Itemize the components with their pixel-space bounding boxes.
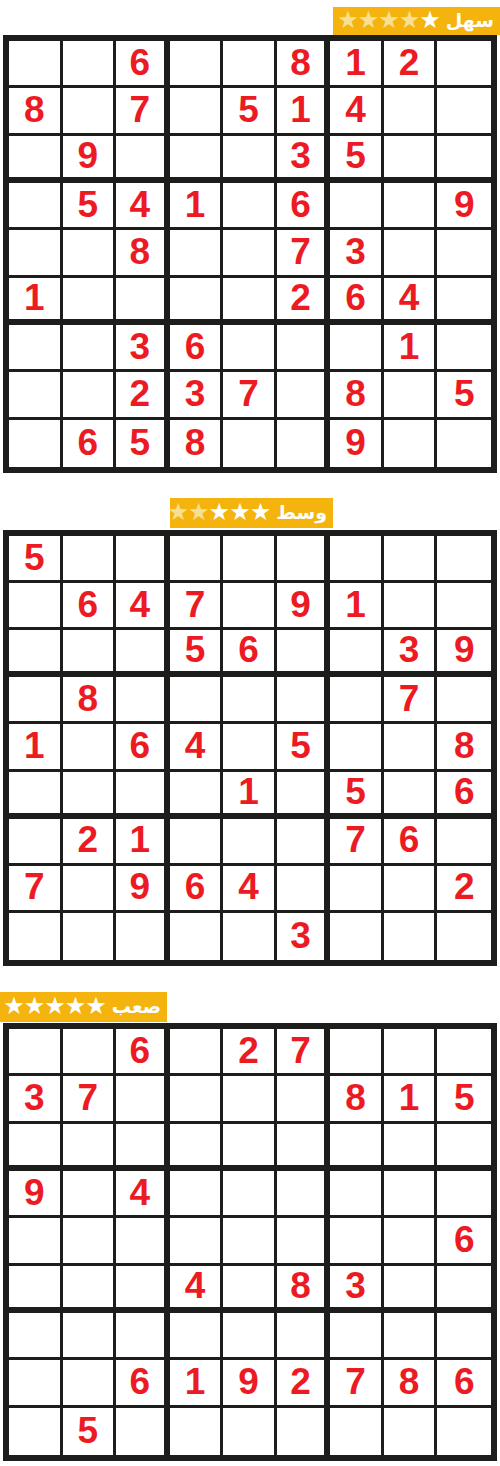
sudoku-cell-medium-r4c8: 7 (384, 677, 438, 724)
sudoku-cell-hard-r1c8[interactable] (384, 1029, 438, 1076)
sudoku-cell-medium-r7c3: 1 (116, 819, 170, 866)
sudoku-cell-medium-r4c5[interactable] (223, 677, 277, 724)
sudoku-cell-hard-r2c2: 7 (63, 1076, 117, 1123)
sudoku-cell-hard-r7c1[interactable] (9, 1313, 63, 1360)
sudoku-cell-hard-r3c4[interactable] (170, 1124, 224, 1171)
difficulty-stars-hard: ★★★★★ (3, 994, 106, 1018)
sudoku-cell-hard-r7c5[interactable] (223, 1313, 277, 1360)
sudoku-cell-hard-r7c6[interactable] (277, 1313, 331, 1360)
sudoku-cell-medium-r1c6[interactable] (277, 536, 331, 583)
sudoku-cell-easy-r1c2[interactable] (63, 41, 117, 88)
difficulty-stars-medium: ★★★★★ (168, 500, 271, 524)
sudoku-cell-medium-r1c1: 5 (9, 536, 63, 583)
sudoku-cell-hard-r2c7: 8 (330, 1076, 384, 1123)
sudoku-cell-easy-r9c5[interactable] (223, 420, 277, 467)
sudoku-cell-medium-r5c4: 4 (170, 724, 224, 771)
sudoku-cell-medium-r4c1[interactable] (9, 677, 63, 724)
sudoku-page: ★★★★★ سهل 681287514935541698731264361237… (0, 0, 500, 1466)
sudoku-cell-medium-r9c4[interactable] (170, 913, 224, 960)
sudoku-cell-medium-r8c5: 4 (223, 866, 277, 913)
sudoku-cell-easy-r1c3: 6 (116, 41, 170, 88)
sudoku-cell-medium-r9c6: 3 (277, 913, 331, 960)
sudoku-cell-easy-r9c3: 5 (116, 420, 170, 467)
sudoku-cell-medium-r2c4: 7 (170, 583, 224, 630)
sudoku-cell-easy-r7c4: 6 (170, 325, 224, 372)
sudoku-cell-medium-r7c6[interactable] (277, 819, 331, 866)
sudoku-cell-easy-r6c4[interactable] (170, 278, 224, 325)
sudoku-cell-medium-r7c5[interactable] (223, 819, 277, 866)
sudoku-cell-medium-r6c5: 1 (223, 772, 277, 819)
sudoku-cell-hard-r5c9: 6 (437, 1218, 491, 1265)
star-filled-icon: ★ (419, 8, 440, 32)
sudoku-cell-medium-r1c7[interactable] (330, 536, 384, 583)
sudoku-cell-hard-r2c6[interactable] (277, 1076, 331, 1123)
sudoku-cell-easy-r8c5: 7 (223, 372, 277, 419)
sudoku-cell-easy-r4c3: 4 (116, 183, 170, 230)
star-filled-icon: ★ (229, 500, 250, 524)
sudoku-cell-easy-r9c8[interactable] (384, 420, 438, 467)
sudoku-cell-easy-r7c7[interactable] (330, 325, 384, 372)
sudoku-cell-easy-r7c1[interactable] (9, 325, 63, 372)
sudoku-cell-easy-r3c3[interactable] (116, 136, 170, 183)
sudoku-cell-medium-r2c3: 4 (116, 583, 170, 630)
sudoku-cell-hard-r8c6: 2 (277, 1360, 331, 1407)
sudoku-cell-hard-r5c2[interactable] (63, 1218, 117, 1265)
sudoku-cell-easy-r1c4[interactable] (170, 41, 224, 88)
sudoku-cell-medium-r9c7[interactable] (330, 913, 384, 960)
sudoku-cell-hard-r6c3[interactable] (116, 1266, 170, 1313)
sudoku-cell-hard-r7c3[interactable] (116, 1313, 170, 1360)
difficulty-label-easy: سهل (446, 11, 494, 30)
sudoku-cell-hard-r2c8: 1 (384, 1076, 438, 1123)
sudoku-cell-easy-r2c6: 1 (277, 88, 331, 135)
sudoku-cell-hard-r7c8[interactable] (384, 1313, 438, 1360)
sudoku-cell-hard-r6c8[interactable] (384, 1266, 438, 1313)
sudoku-cell-easy-r1c5[interactable] (223, 41, 277, 88)
sudoku-grid-medium: 564791563987164581562176796423 (3, 530, 497, 966)
sudoku-cell-medium-r5c9: 8 (437, 724, 491, 771)
star-filled-icon: ★ (24, 994, 45, 1018)
sudoku-cell-hard-r5c5[interactable] (223, 1218, 277, 1265)
star-filled-icon: ★ (65, 994, 86, 1018)
sudoku-cell-hard-r4c8[interactable] (384, 1171, 438, 1218)
sudoku-cell-medium-r9c8[interactable] (384, 913, 438, 960)
star-empty-icon: ★ (168, 500, 189, 524)
sudoku-cell-hard-r3c5[interactable] (223, 1124, 277, 1171)
sudoku-cell-medium-r9c3[interactable] (116, 913, 170, 960)
sudoku-cell-hard-r6c9[interactable] (437, 1266, 491, 1313)
sudoku-cell-hard-r6c1[interactable] (9, 1266, 63, 1313)
sudoku-cell-medium-r8c6[interactable] (277, 866, 331, 913)
sudoku-cell-medium-r7c7: 7 (330, 819, 384, 866)
sudoku-cell-medium-r3c2[interactable] (63, 630, 117, 677)
sudoku-cell-medium-r5c7[interactable] (330, 724, 384, 771)
sudoku-cell-hard-r9c4[interactable] (170, 1408, 224, 1455)
sudoku-cell-hard-r3c3[interactable] (116, 1124, 170, 1171)
sudoku-cell-easy-r2c7: 4 (330, 88, 384, 135)
sudoku-cell-hard-r1c9[interactable] (437, 1029, 491, 1076)
sudoku-cell-easy-r1c8: 2 (384, 41, 438, 88)
sudoku-cell-hard-r4c7[interactable] (330, 1171, 384, 1218)
sudoku-cell-easy-r2c4[interactable] (170, 88, 224, 135)
sudoku-cell-hard-r9c6[interactable] (277, 1408, 331, 1455)
difficulty-banner-medium: ★★★★★ وسط (170, 498, 333, 528)
star-filled-icon: ★ (209, 500, 230, 524)
sudoku-cell-medium-r1c9[interactable] (437, 536, 491, 583)
sudoku-cell-easy-r5c1[interactable] (9, 230, 63, 277)
difficulty-label-hard: صعب (112, 997, 161, 1016)
sudoku-cell-medium-r7c9[interactable] (437, 819, 491, 866)
sudoku-cell-medium-r5c5[interactable] (223, 724, 277, 771)
sudoku-cell-medium-r1c8[interactable] (384, 536, 438, 583)
sudoku-cell-hard-r8c3: 6 (116, 1360, 170, 1407)
sudoku-cell-medium-r8c4: 6 (170, 866, 224, 913)
sudoku-cell-medium-r9c5[interactable] (223, 913, 277, 960)
sudoku-cell-easy-r8c2[interactable] (63, 372, 117, 419)
star-filled-icon: ★ (44, 994, 65, 1018)
sudoku-cell-hard-r7c4[interactable] (170, 1313, 224, 1360)
sudoku-cell-easy-r2c3: 7 (116, 88, 170, 135)
sudoku-cell-medium-r3c1[interactable] (9, 630, 63, 677)
sudoku-cell-easy-r9c1[interactable] (9, 420, 63, 467)
sudoku-cell-medium-r8c3: 9 (116, 866, 170, 913)
sudoku-cell-hard-r1c2[interactable] (63, 1029, 117, 1076)
sudoku-cell-easy-r9c7: 9 (330, 420, 384, 467)
sudoku-cell-medium-r2c6: 9 (277, 583, 331, 630)
sudoku-cell-hard-r5c8[interactable] (384, 1218, 438, 1265)
star-empty-icon: ★ (337, 8, 358, 32)
sudoku-cell-medium-r1c4[interactable] (170, 536, 224, 583)
star-empty-icon: ★ (378, 8, 399, 32)
sudoku-cell-easy-r4c6: 6 (277, 183, 331, 230)
sudoku-cell-easy-r8c3: 2 (116, 372, 170, 419)
sudoku-cell-easy-r3c4[interactable] (170, 136, 224, 183)
sudoku-cell-medium-r3c8: 3 (384, 630, 438, 677)
sudoku-cell-easy-r9c6[interactable] (277, 420, 331, 467)
sudoku-cell-medium-r9c9[interactable] (437, 913, 491, 960)
sudoku-cell-medium-r2c5[interactable] (223, 583, 277, 630)
sudoku-cell-medium-r8c8[interactable] (384, 866, 438, 913)
difficulty-banner-hard: ★★★★★ صعب (0, 992, 167, 1022)
sudoku-cell-hard-r9c5[interactable] (223, 1408, 277, 1455)
sudoku-cell-hard-r1c5: 2 (223, 1029, 277, 1076)
sudoku-cell-hard-r4c6[interactable] (277, 1171, 331, 1218)
sudoku-cell-hard-r1c7[interactable] (330, 1029, 384, 1076)
sudoku-cell-easy-r5c9[interactable] (437, 230, 491, 277)
sudoku-cell-easy-r2c9[interactable] (437, 88, 491, 135)
sudoku-cell-medium-r9c2[interactable] (63, 913, 117, 960)
sudoku-cell-hard-r2c4[interactable] (170, 1076, 224, 1123)
sudoku-cell-medium-r1c5[interactable] (223, 536, 277, 583)
sudoku-grid-hard: 6273781594648361927865 (3, 1023, 497, 1461)
sudoku-cell-medium-r3c9: 9 (437, 630, 491, 677)
sudoku-cell-easy-r4c2: 5 (63, 183, 117, 230)
sudoku-cell-hard-r4c5[interactable] (223, 1171, 277, 1218)
sudoku-cell-easy-r1c7: 1 (330, 41, 384, 88)
star-empty-icon: ★ (358, 8, 379, 32)
sudoku-cell-hard-r4c3: 4 (116, 1171, 170, 1218)
sudoku-cell-easy-r4c9: 9 (437, 183, 491, 230)
sudoku-cell-easy-r7c9[interactable] (437, 325, 491, 372)
sudoku-cell-easy-r2c8[interactable] (384, 88, 438, 135)
sudoku-cell-easy-r6c9[interactable] (437, 278, 491, 325)
sudoku-cell-hard-r6c4: 4 (170, 1266, 224, 1313)
sudoku-cell-medium-r2c8[interactable] (384, 583, 438, 630)
sudoku-cell-medium-r4c4[interactable] (170, 677, 224, 724)
sudoku-cell-easy-r4c8[interactable] (384, 183, 438, 230)
sudoku-cell-medium-r8c9: 2 (437, 866, 491, 913)
sudoku-cell-easy-r5c8[interactable] (384, 230, 438, 277)
sudoku-cell-medium-r6c1[interactable] (9, 772, 63, 819)
sudoku-cell-medium-r5c6: 5 (277, 724, 331, 771)
sudoku-cell-hard-r3c6[interactable] (277, 1124, 331, 1171)
star-empty-icon: ★ (399, 8, 420, 32)
sudoku-cell-easy-r9c4: 8 (170, 420, 224, 467)
sudoku-cell-easy-r2c2[interactable] (63, 88, 117, 135)
sudoku-cell-easy-r5c2[interactable] (63, 230, 117, 277)
sudoku-cell-hard-r1c6: 7 (277, 1029, 331, 1076)
sudoku-cell-medium-r8c1: 7 (9, 866, 63, 913)
sudoku-cell-easy-r1c6: 8 (277, 41, 331, 88)
sudoku-cell-hard-r1c3: 6 (116, 1029, 170, 1076)
sudoku-cell-easy-r7c8: 1 (384, 325, 438, 372)
sudoku-cell-medium-r5c3: 6 (116, 724, 170, 771)
sudoku-cell-hard-r2c1: 3 (9, 1076, 63, 1123)
sudoku-cell-hard-r3c2[interactable] (63, 1124, 117, 1171)
sudoku-cell-hard-r8c4: 1 (170, 1360, 224, 1407)
sudoku-cell-hard-r8c9: 6 (437, 1360, 491, 1407)
sudoku-cell-hard-r4c1: 9 (9, 1171, 63, 1218)
sudoku-cell-hard-r9c2: 5 (63, 1408, 117, 1455)
sudoku-cell-medium-r8c7[interactable] (330, 866, 384, 913)
sudoku-cell-hard-r6c2[interactable] (63, 1266, 117, 1313)
sudoku-cell-easy-r4c1[interactable] (9, 183, 63, 230)
sudoku-cell-easy-r7c6[interactable] (277, 325, 331, 372)
sudoku-cell-easy-r4c5[interactable] (223, 183, 277, 230)
star-filled-icon: ★ (250, 500, 271, 524)
sudoku-cell-easy-r6c2[interactable] (63, 278, 117, 325)
sudoku-cell-hard-r2c9: 5 (437, 1076, 491, 1123)
sudoku-cell-medium-r7c1[interactable] (9, 819, 63, 866)
sudoku-cell-hard-r2c3[interactable] (116, 1076, 170, 1123)
sudoku-cell-medium-r3c7[interactable] (330, 630, 384, 677)
difficulty-label-medium: وسط (276, 503, 327, 522)
sudoku-cell-hard-r1c4[interactable] (170, 1029, 224, 1076)
sudoku-cell-hard-r5c4[interactable] (170, 1218, 224, 1265)
sudoku-cell-easy-r8c9: 5 (437, 372, 491, 419)
sudoku-cell-hard-r6c7: 3 (330, 1266, 384, 1313)
sudoku-cell-easy-r7c5[interactable] (223, 325, 277, 372)
difficulty-stars-easy: ★★★★★ (337, 8, 440, 32)
sudoku-cell-medium-r5c1: 1 (9, 724, 63, 771)
sudoku-cell-easy-r8c4: 3 (170, 372, 224, 419)
sudoku-cell-easy-r7c2[interactable] (63, 325, 117, 372)
sudoku-cell-easy-r3c9[interactable] (437, 136, 491, 183)
sudoku-cell-hard-r8c7: 7 (330, 1360, 384, 1407)
sudoku-cell-hard-r5c7[interactable] (330, 1218, 384, 1265)
sudoku-cell-medium-r4c6[interactable] (277, 677, 331, 724)
sudoku-cell-hard-r8c5: 9 (223, 1360, 277, 1407)
sudoku-cell-medium-r4c2: 8 (63, 677, 117, 724)
sudoku-cell-hard-r3c9[interactable] (437, 1124, 491, 1171)
sudoku-cell-medium-r6c7: 5 (330, 772, 384, 819)
sudoku-cell-easy-r8c7: 8 (330, 372, 384, 419)
sudoku-cell-hard-r8c8: 8 (384, 1360, 438, 1407)
sudoku-cell-medium-r6c3[interactable] (116, 772, 170, 819)
sudoku-cell-easy-r6c5[interactable] (223, 278, 277, 325)
sudoku-cell-hard-r9c8 (384, 1408, 438, 1455)
sudoku-cell-easy-r6c1: 1 (9, 278, 63, 325)
sudoku-cell-hard-r5c6[interactable] (277, 1218, 331, 1265)
sudoku-cell-medium-r6c2[interactable] (63, 772, 117, 819)
sudoku-cell-medium-r8c2[interactable] (63, 866, 117, 913)
sudoku-cell-easy-r5c5[interactable] (223, 230, 277, 277)
sudoku-cell-easy-r6c6: 2 (277, 278, 331, 325)
sudoku-cell-hard-r5c3[interactable] (116, 1218, 170, 1265)
sudoku-cell-medium-r6c4[interactable] (170, 772, 224, 819)
sudoku-cell-medium-r1c3[interactable] (116, 536, 170, 583)
sudoku-cell-medium-r4c7[interactable] (330, 677, 384, 724)
sudoku-cell-hard-r6c5[interactable] (223, 1266, 277, 1313)
sudoku-cell-medium-r2c1[interactable] (9, 583, 63, 630)
sudoku-cell-easy-r5c7: 3 (330, 230, 384, 277)
sudoku-cell-hard-r3c7[interactable] (330, 1124, 384, 1171)
sudoku-cell-easy-r6c8: 4 (384, 278, 438, 325)
sudoku-cell-easy-r9c9[interactable] (437, 420, 491, 467)
sudoku-cell-medium-r3c3[interactable] (116, 630, 170, 677)
sudoku-cell-medium-r4c9[interactable] (437, 677, 491, 724)
sudoku-cell-easy-r3c7: 5 (330, 136, 384, 183)
sudoku-cell-medium-r3c4: 5 (170, 630, 224, 677)
sudoku-cell-hard-r4c9[interactable] (437, 1171, 491, 1218)
star-empty-icon: ★ (188, 500, 209, 524)
sudoku-cell-easy-r7c3: 3 (116, 325, 170, 372)
sudoku-cell-easy-r5c4[interactable] (170, 230, 224, 277)
sudoku-cell-hard-r3c1[interactable] (9, 1124, 63, 1171)
sudoku-cell-easy-r8c8[interactable] (384, 372, 438, 419)
sudoku-grid-easy: 681287514935541698731264361237856589 (3, 35, 497, 473)
sudoku-cell-easy-r3c2: 9 (63, 136, 117, 183)
sudoku-cell-easy-r3c6: 3 (277, 136, 331, 183)
sudoku-cell-hard-r6c6: 8 (277, 1266, 331, 1313)
sudoku-cell-easy-r8c1[interactable] (9, 372, 63, 419)
sudoku-cell-easy-r8c6[interactable] (277, 372, 331, 419)
sudoku-cell-medium-r7c4[interactable] (170, 819, 224, 866)
sudoku-cell-hard-r9c3[interactable] (116, 1408, 170, 1455)
sudoku-cell-hard-r4c2[interactable] (63, 1171, 117, 1218)
sudoku-cell-medium-r9c1[interactable] (9, 913, 63, 960)
sudoku-cell-hard-r9c9 (437, 1408, 491, 1455)
sudoku-cell-hard-r2c5[interactable] (223, 1076, 277, 1123)
sudoku-cell-hard-r4c4[interactable] (170, 1171, 224, 1218)
sudoku-cell-easy-r3c1[interactable] (9, 136, 63, 183)
sudoku-cell-medium-r5c8[interactable] (384, 724, 438, 771)
sudoku-cell-hard-r8c2[interactable] (63, 1360, 117, 1407)
sudoku-cell-hard-r9c7[interactable] (330, 1408, 384, 1455)
sudoku-cell-hard-r9c1[interactable] (9, 1408, 63, 1455)
sudoku-cell-hard-r7c9[interactable] (437, 1313, 491, 1360)
sudoku-cell-easy-r5c3: 8 (116, 230, 170, 277)
sudoku-cell-easy-r3c5[interactable] (223, 136, 277, 183)
sudoku-cell-medium-r1c2[interactable] (63, 536, 117, 583)
sudoku-cell-easy-r1c1[interactable] (9, 41, 63, 88)
sudoku-cell-hard-r7c2[interactable] (63, 1313, 117, 1360)
sudoku-cell-medium-r7c8: 6 (384, 819, 438, 866)
sudoku-cell-medium-r2c2: 6 (63, 583, 117, 630)
sudoku-cell-medium-r5c2[interactable] (63, 724, 117, 771)
sudoku-cell-easy-r6c3[interactable] (116, 278, 170, 325)
sudoku-cell-medium-r3c5: 6 (223, 630, 277, 677)
sudoku-cell-medium-r4c3[interactable] (116, 677, 170, 724)
sudoku-cell-easy-r4c7[interactable] (330, 183, 384, 230)
sudoku-cell-medium-r6c6[interactable] (277, 772, 331, 819)
sudoku-cell-medium-r7c2: 2 (63, 819, 117, 866)
sudoku-cell-medium-r6c8[interactable] (384, 772, 438, 819)
sudoku-cell-easy-r2c5: 5 (223, 88, 277, 135)
sudoku-cell-easy-r6c7: 6 (330, 278, 384, 325)
sudoku-cell-easy-r3c8[interactable] (384, 136, 438, 183)
sudoku-cell-hard-r7c7[interactable] (330, 1313, 384, 1360)
sudoku-cell-easy-r5c6: 7 (277, 230, 331, 277)
star-filled-icon: ★ (85, 994, 106, 1018)
sudoku-cell-hard-r3c8[interactable] (384, 1124, 438, 1171)
sudoku-cell-hard-r8c1[interactable] (9, 1360, 63, 1407)
sudoku-cell-easy-r4c4: 1 (170, 183, 224, 230)
sudoku-cell-hard-r5c1[interactable] (9, 1218, 63, 1265)
difficulty-banner-easy: ★★★★★ سهل (333, 7, 500, 35)
sudoku-cell-hard-r1c1[interactable] (9, 1029, 63, 1076)
sudoku-cell-medium-r3c6[interactable] (277, 630, 331, 677)
sudoku-cell-medium-r2c9[interactable] (437, 583, 491, 630)
sudoku-cell-easy-r9c2: 6 (63, 420, 117, 467)
sudoku-cell-medium-r2c7: 1 (330, 583, 384, 630)
sudoku-cell-easy-r1c9[interactable] (437, 41, 491, 88)
sudoku-cell-easy-r2c1: 8 (9, 88, 63, 135)
sudoku-cell-medium-r6c9: 6 (437, 772, 491, 819)
star-filled-icon: ★ (3, 994, 24, 1018)
